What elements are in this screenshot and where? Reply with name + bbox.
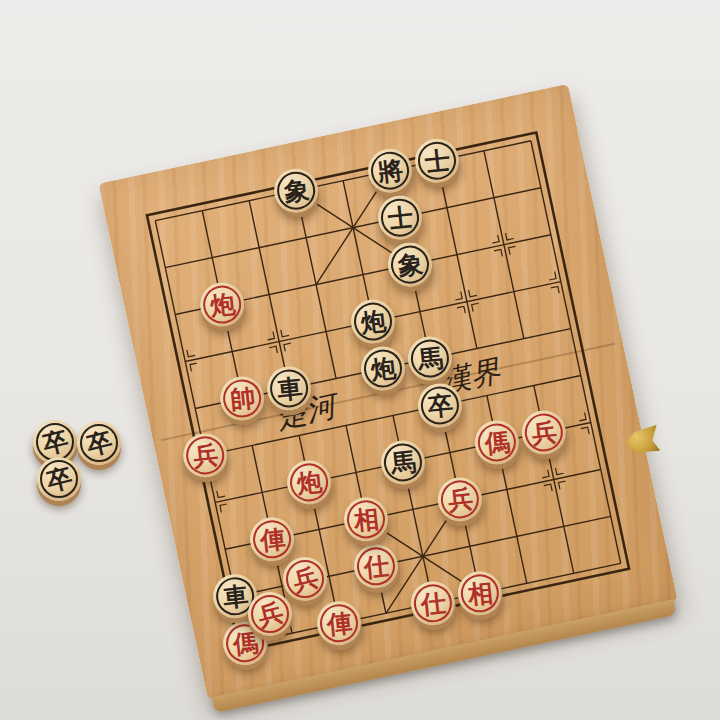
piece-glyph: 兵 xyxy=(446,486,473,513)
piece-glyph: 將 xyxy=(376,157,403,184)
brass-latch-icon xyxy=(623,425,662,458)
piece-glyph: 車 xyxy=(221,583,248,610)
piece-glyph: 傌 xyxy=(483,429,510,456)
piece-glyph: 俥 xyxy=(325,610,352,637)
piece-glyph: 卒 xyxy=(40,427,70,457)
captured-piece-black-soldier[interactable]: 卒 xyxy=(77,421,121,465)
captured-piece-red-soldier[interactable]: 兵 xyxy=(248,592,292,636)
board-grid: 楚河 漢界 xyxy=(127,112,649,671)
piece-glyph: 象 xyxy=(282,177,309,204)
piece-glyph: 相 xyxy=(466,580,493,607)
piece-glyph: 士 xyxy=(423,147,450,174)
piece-glyph: 仕 xyxy=(362,553,389,580)
piece-glyph: 炮 xyxy=(369,355,396,382)
piece-glyph: 相 xyxy=(352,506,379,533)
xiangqi-board[interactable]: 楚河 漢界 帥仕仕相相傌傌俥俥炮炮兵兵兵將士士象象馬馬車車炮炮卒 xyxy=(98,84,677,700)
piece-glyph: 炮 xyxy=(208,291,235,318)
piece-glyph: 仕 xyxy=(419,590,446,617)
piece-glyph: 馬 xyxy=(389,449,416,476)
piece-glyph: 帥 xyxy=(228,385,255,412)
piece-glyph: 士 xyxy=(386,204,413,231)
piece-glyph: 卒 xyxy=(44,464,74,494)
piece-glyph: 兵 xyxy=(191,442,218,469)
piece-glyph: 車 xyxy=(275,375,302,402)
piece-glyph: 馬 xyxy=(416,345,443,372)
piece-glyph: 傌 xyxy=(231,629,258,656)
piece-glyph: 兵 xyxy=(530,419,557,446)
piece-glyph: 兵 xyxy=(290,564,320,594)
captured-piece-black-soldier[interactable]: 卒 xyxy=(37,457,81,501)
piece-glyph: 兵 xyxy=(255,599,285,629)
piece-glyph: 炮 xyxy=(359,308,386,335)
piece-glyph: 炮 xyxy=(295,469,322,496)
piece-glyph: 卒 xyxy=(84,428,114,458)
captured-piece-red-soldier[interactable]: 兵 xyxy=(283,557,327,601)
piece-glyph: 象 xyxy=(396,251,423,278)
piece-glyph: 卒 xyxy=(426,392,453,419)
piece-glyph: 俥 xyxy=(258,526,285,553)
